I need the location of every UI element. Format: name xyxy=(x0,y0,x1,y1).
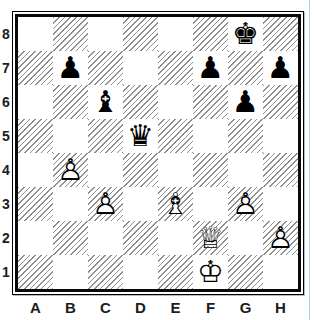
square-d6 xyxy=(123,85,158,119)
square-c3: ♟♙ xyxy=(88,187,123,221)
square-d4 xyxy=(123,153,158,187)
black-pawn-h7: ♟ xyxy=(263,51,298,85)
square-a6 xyxy=(18,85,53,119)
rank-label-2: 2 xyxy=(0,221,12,255)
rank-label-5: 5 xyxy=(0,119,12,153)
file-label-a: A xyxy=(18,297,53,317)
square-h1 xyxy=(263,255,298,289)
rank-labels: 87654321 xyxy=(0,17,12,289)
white-pawn-h2: ♟♙ xyxy=(263,221,298,255)
chess-board: ♚♟♟♟♝♟♛♟♙♟♙♝♗♟♙♛♕♟♙♚♔ xyxy=(18,17,298,289)
rank-label-7: 7 xyxy=(0,51,12,85)
white-pawn-g3: ♟♙ xyxy=(228,187,263,221)
square-g7 xyxy=(228,51,263,85)
square-c1 xyxy=(88,255,123,289)
square-e6 xyxy=(158,85,193,119)
file-label-g: G xyxy=(228,297,263,317)
square-g5 xyxy=(228,119,263,153)
black-queen-d5: ♛ xyxy=(123,119,158,153)
square-c2 xyxy=(88,221,123,255)
square-f6 xyxy=(193,85,228,119)
square-d7 xyxy=(123,51,158,85)
square-c5 xyxy=(88,119,123,153)
black-pawn-b7: ♟ xyxy=(53,51,88,85)
square-g3: ♟♙ xyxy=(228,187,263,221)
square-f3 xyxy=(193,187,228,221)
square-b1 xyxy=(53,255,88,289)
file-label-c: C xyxy=(88,297,123,317)
square-a2 xyxy=(18,221,53,255)
square-f5 xyxy=(193,119,228,153)
file-labels: ABCDEFGH xyxy=(18,297,298,317)
square-d2 xyxy=(123,221,158,255)
square-c8 xyxy=(88,17,123,51)
square-h7: ♟ xyxy=(263,51,298,85)
square-b2 xyxy=(53,221,88,255)
rank-label-3: 3 xyxy=(0,187,12,221)
square-g1 xyxy=(228,255,263,289)
square-b6 xyxy=(53,85,88,119)
white-king-f1: ♚♔ xyxy=(193,255,228,289)
square-d1 xyxy=(123,255,158,289)
square-a5 xyxy=(18,119,53,153)
rank-label-6: 6 xyxy=(0,85,12,119)
square-e8 xyxy=(158,17,193,51)
rank-label-4: 4 xyxy=(0,153,12,187)
square-h5 xyxy=(263,119,298,153)
file-label-h: H xyxy=(263,297,298,317)
square-g4 xyxy=(228,153,263,187)
board-outer-frame: ♚♟♟♟♝♟♛♟♙♟♙♝♗♟♙♛♕♟♙♚♔ xyxy=(12,11,304,295)
square-a8 xyxy=(18,17,53,51)
board-border: ♚♟♟♟♝♟♛♟♙♟♙♝♗♟♙♛♕♟♙♚♔ xyxy=(15,14,301,292)
square-f4 xyxy=(193,153,228,187)
black-pawn-g6: ♟ xyxy=(228,85,263,119)
square-a7 xyxy=(18,51,53,85)
rank-label-8: 8 xyxy=(0,17,12,51)
file-label-e: E xyxy=(158,297,193,317)
square-e1 xyxy=(158,255,193,289)
square-b8 xyxy=(53,17,88,51)
black-king-g8: ♚ xyxy=(228,17,263,51)
file-label-f: F xyxy=(193,297,228,317)
white-pawn-b4: ♟♙ xyxy=(53,153,88,187)
square-d5: ♛ xyxy=(123,119,158,153)
square-c6: ♝ xyxy=(88,85,123,119)
black-pawn-f7: ♟ xyxy=(193,51,228,85)
white-queen-f2: ♛♕ xyxy=(193,221,228,255)
square-h6 xyxy=(263,85,298,119)
square-d3 xyxy=(123,187,158,221)
chess-diagram: 87654321 ♚♟♟♟♝♟♛♟♙♟♙♝♗♟♙♛♕♟♙♚♔ ABCDEFGH xyxy=(0,0,314,320)
square-b4: ♟♙ xyxy=(53,153,88,187)
black-bishop-c6: ♝ xyxy=(88,85,123,119)
square-b7: ♟ xyxy=(53,51,88,85)
square-f7: ♟ xyxy=(193,51,228,85)
rank-label-1: 1 xyxy=(0,255,12,289)
square-a3 xyxy=(18,187,53,221)
square-f8 xyxy=(193,17,228,51)
file-label-d: D xyxy=(123,297,158,317)
square-b5 xyxy=(53,119,88,153)
square-g6: ♟ xyxy=(228,85,263,119)
square-f1: ♚♔ xyxy=(193,255,228,289)
square-e3: ♝♗ xyxy=(158,187,193,221)
square-g8: ♚ xyxy=(228,17,263,51)
square-e2 xyxy=(158,221,193,255)
square-c4 xyxy=(88,153,123,187)
white-pawn-c3: ♟♙ xyxy=(88,187,123,221)
square-e5 xyxy=(158,119,193,153)
image-right-edge-line xyxy=(309,0,310,320)
square-h4 xyxy=(263,153,298,187)
square-h2: ♟♙ xyxy=(263,221,298,255)
white-bishop-e3: ♝♗ xyxy=(158,187,193,221)
square-f2: ♛♕ xyxy=(193,221,228,255)
square-h3 xyxy=(263,187,298,221)
square-d8 xyxy=(123,17,158,51)
file-label-b: B xyxy=(53,297,88,317)
square-b3 xyxy=(53,187,88,221)
square-e4 xyxy=(158,153,193,187)
square-a1 xyxy=(18,255,53,289)
square-h8 xyxy=(263,17,298,51)
square-g2 xyxy=(228,221,263,255)
square-a4 xyxy=(18,153,53,187)
square-e7 xyxy=(158,51,193,85)
square-c7 xyxy=(88,51,123,85)
